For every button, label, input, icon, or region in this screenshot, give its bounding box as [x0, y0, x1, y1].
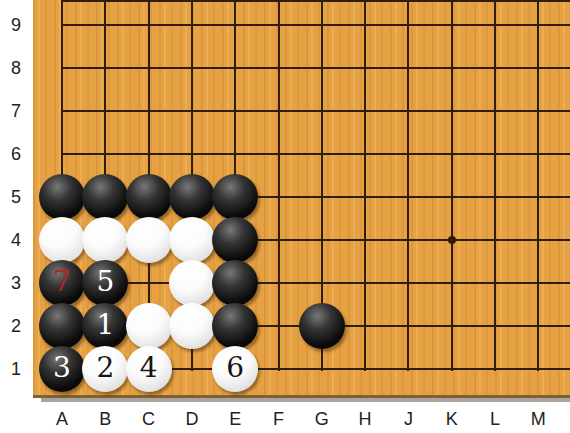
stone-black-C5[interactable] — [126, 174, 172, 220]
grid-line-h — [61, 67, 570, 69]
grid-line-h — [61, 24, 570, 26]
grid-line-v — [451, 0, 453, 371]
col-label-F: F — [264, 407, 294, 431]
row-label-8: 8 — [3, 56, 29, 80]
grid-line-v — [494, 0, 496, 371]
row-label-3: 3 — [3, 271, 29, 295]
stone-black-D5[interactable] — [169, 174, 215, 220]
row-label-4: 4 — [3, 228, 29, 252]
row-label-7: 7 — [3, 99, 29, 123]
col-label-H: H — [350, 407, 380, 431]
stone-move-number: 7 — [53, 268, 71, 298]
stone-move-number: 3 — [53, 354, 71, 384]
col-label-G: G — [307, 407, 337, 431]
go-diagram: 7513246ABCDEFGHJKLM987654321 — [0, 0, 570, 433]
star-point — [448, 236, 456, 244]
stone-black-A1[interactable]: 3 — [39, 346, 85, 392]
stone-move-number: 2 — [96, 354, 114, 384]
row-label-2: 2 — [3, 314, 29, 338]
stone-white-D3[interactable] — [169, 260, 215, 306]
row-label-6: 6 — [3, 142, 29, 166]
col-label-C: C — [134, 407, 164, 431]
stone-white-A4[interactable] — [39, 217, 85, 263]
grid-line-v — [537, 0, 539, 371]
board-shadow — [41, 398, 570, 402]
stone-move-number: 1 — [96, 311, 114, 341]
col-label-M: M — [523, 407, 553, 431]
stone-move-number: 4 — [140, 354, 158, 384]
grid-line-v — [364, 0, 366, 371]
stone-black-E5[interactable] — [212, 174, 258, 220]
grid-line-h — [61, 282, 570, 284]
stone-white-C2[interactable] — [126, 303, 172, 349]
col-label-B: B — [90, 407, 120, 431]
stone-black-E2[interactable] — [212, 303, 258, 349]
col-label-L: L — [480, 407, 510, 431]
stone-white-C1[interactable]: 4 — [126, 346, 172, 392]
stone-black-G2[interactable] — [299, 303, 345, 349]
row-label-9: 9 — [3, 13, 29, 37]
stone-black-A3[interactable]: 7 — [39, 260, 85, 306]
stone-move-number: 6 — [226, 354, 244, 384]
stone-black-E3[interactable] — [212, 260, 258, 306]
stone-black-A2[interactable] — [39, 303, 85, 349]
stone-white-D2[interactable] — [169, 303, 215, 349]
stone-black-A5[interactable] — [39, 174, 85, 220]
grid-line-v — [278, 0, 280, 371]
grid-line-v — [407, 0, 409, 371]
stone-white-B4[interactable] — [82, 217, 128, 263]
col-label-K: K — [437, 407, 467, 431]
row-label-5: 5 — [3, 185, 29, 209]
stone-black-E4[interactable] — [212, 217, 258, 263]
row-label-1: 1 — [3, 357, 29, 381]
grid-line-h — [61, 153, 570, 155]
stone-white-D4[interactable] — [169, 217, 215, 263]
col-label-D: D — [177, 407, 207, 431]
col-label-A: A — [47, 407, 77, 431]
col-label-E: E — [220, 407, 250, 431]
stone-white-B1[interactable]: 2 — [82, 346, 128, 392]
stone-white-E1[interactable]: 6 — [212, 346, 258, 392]
col-label-J: J — [393, 407, 423, 431]
stone-black-B2[interactable]: 1 — [82, 303, 128, 349]
stone-black-B5[interactable] — [82, 174, 128, 220]
stone-white-C4[interactable] — [126, 217, 172, 263]
stone-move-number: 5 — [96, 268, 114, 298]
grid-line-h — [61, 110, 570, 112]
stone-black-B3[interactable]: 5 — [82, 260, 128, 306]
